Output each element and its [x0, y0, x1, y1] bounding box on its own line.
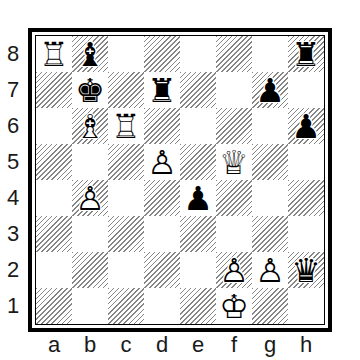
square-h6[interactable]: ♟♟: [288, 108, 324, 144]
piece-black-rook[interactable]: ♜♜: [288, 36, 324, 72]
rank-label-4: 4: [2, 180, 24, 216]
white-rook-icon: ♖: [108, 108, 144, 144]
piece-black-king[interactable]: ♚♚: [72, 72, 108, 108]
piece-black-pawn[interactable]: ♟♟: [288, 108, 324, 144]
file-label-a: a: [36, 332, 72, 358]
black-pawn-icon: ♟: [252, 72, 288, 108]
square-a3[interactable]: [36, 216, 72, 252]
square-e5[interactable]: [180, 144, 216, 180]
rank-label-5: 5: [2, 144, 24, 180]
piece-black-pawn[interactable]: ♟♟: [180, 180, 216, 216]
square-h7[interactable]: [288, 72, 324, 108]
square-f3[interactable]: [216, 216, 252, 252]
square-a1[interactable]: [36, 288, 72, 324]
square-b6[interactable]: ♝♗: [72, 108, 108, 144]
piece-black-pawn[interactable]: ♟♟: [252, 72, 288, 108]
white-pawn-icon: ♙: [216, 252, 252, 288]
file-label-f: f: [216, 332, 252, 358]
square-c2[interactable]: [108, 252, 144, 288]
black-rook-icon: ♜: [288, 36, 324, 72]
square-h1[interactable]: [288, 288, 324, 324]
square-a8[interactable]: ♜♖: [36, 36, 72, 72]
chess-board: ♜♖♝♝♜♜♚♚♜♜♟♟♝♗♜♖♟♟♟♙♛♕♟♙♟♟♟♙♟♙♛♛♚♔: [36, 36, 324, 324]
square-a2[interactable]: [36, 252, 72, 288]
square-a6[interactable]: [36, 108, 72, 144]
square-c8[interactable]: [108, 36, 144, 72]
file-label-g: g: [252, 332, 288, 358]
square-h4[interactable]: [288, 180, 324, 216]
square-a7[interactable]: [36, 72, 72, 108]
white-pawn-icon: ♙: [252, 252, 288, 288]
piece-black-queen[interactable]: ♛♛: [288, 252, 324, 288]
square-g7[interactable]: ♟♟: [252, 72, 288, 108]
piece-white-rook[interactable]: ♜♖: [108, 108, 144, 144]
piece-white-pawn[interactable]: ♟♙: [216, 252, 252, 288]
square-g2[interactable]: ♟♙: [252, 252, 288, 288]
square-f5[interactable]: ♛♕: [216, 144, 252, 180]
square-g4[interactable]: [252, 180, 288, 216]
piece-white-bishop[interactable]: ♝♗: [72, 108, 108, 144]
square-c3[interactable]: [108, 216, 144, 252]
square-b3[interactable]: [72, 216, 108, 252]
board-inner-border: ♜♖♝♝♜♜♚♚♜♜♟♟♝♗♜♖♟♟♟♙♛♕♟♙♟♟♟♙♟♙♛♛♚♔: [35, 35, 325, 325]
square-b1[interactable]: [72, 288, 108, 324]
square-c4[interactable]: [108, 180, 144, 216]
white-king-icon: ♔: [216, 288, 252, 324]
square-g3[interactable]: [252, 216, 288, 252]
white-queen-icon: ♕: [216, 144, 252, 180]
piece-white-pawn[interactable]: ♟♙: [144, 144, 180, 180]
rank-label-3: 3: [2, 216, 24, 252]
square-e7[interactable]: [180, 72, 216, 108]
white-rook-icon: ♖: [36, 36, 72, 72]
rank-label-7: 7: [2, 72, 24, 108]
square-f8[interactable]: [216, 36, 252, 72]
black-king-icon: ♚: [72, 72, 108, 108]
piece-black-bishop[interactable]: ♝♝: [72, 36, 108, 72]
rank-label-1: 1: [2, 288, 24, 324]
square-d4[interactable]: [144, 180, 180, 216]
square-b8[interactable]: ♝♝: [72, 36, 108, 72]
white-pawn-icon: ♙: [144, 144, 180, 180]
square-c6[interactable]: ♜♖: [108, 108, 144, 144]
piece-white-king[interactable]: ♚♔: [216, 288, 252, 324]
square-c7[interactable]: [108, 72, 144, 108]
square-d5[interactable]: ♟♙: [144, 144, 180, 180]
square-b2[interactable]: [72, 252, 108, 288]
square-b4[interactable]: ♟♙: [72, 180, 108, 216]
piece-white-pawn[interactable]: ♟♙: [72, 180, 108, 216]
square-e1[interactable]: [180, 288, 216, 324]
square-d6[interactable]: [144, 108, 180, 144]
rank-label-6: 6: [2, 108, 24, 144]
black-bishop-icon: ♝: [72, 36, 108, 72]
square-e6[interactable]: [180, 108, 216, 144]
file-label-e: e: [180, 332, 216, 358]
square-g8[interactable]: [252, 36, 288, 72]
square-e8[interactable]: [180, 36, 216, 72]
square-d1[interactable]: [144, 288, 180, 324]
square-h3[interactable]: [288, 216, 324, 252]
board-frame: ♜♖♝♝♜♜♚♚♜♜♟♟♝♗♜♖♟♟♟♙♛♕♟♙♟♟♟♙♟♙♛♛♚♔: [28, 28, 332, 332]
square-h2[interactable]: ♛♛: [288, 252, 324, 288]
rank-label-8: 8: [2, 36, 24, 72]
square-d7[interactable]: ♜♜: [144, 72, 180, 108]
square-e2[interactable]: [180, 252, 216, 288]
white-pawn-icon: ♙: [72, 180, 108, 216]
piece-black-rook[interactable]: ♜♜: [144, 72, 180, 108]
file-label-c: c: [108, 332, 144, 358]
square-f2[interactable]: ♟♙: [216, 252, 252, 288]
square-a5[interactable]: [36, 144, 72, 180]
chess-diagram: ♜♖♝♝♜♜♚♚♜♜♟♟♝♗♜♖♟♟♟♙♛♕♟♙♟♟♟♙♟♙♛♛♚♔ 87654…: [0, 0, 360, 360]
square-b7[interactable]: ♚♚: [72, 72, 108, 108]
square-d8[interactable]: [144, 36, 180, 72]
square-d3[interactable]: [144, 216, 180, 252]
square-b5[interactable]: [72, 144, 108, 180]
piece-white-rook[interactable]: ♜♖: [36, 36, 72, 72]
square-a4[interactable]: [36, 180, 72, 216]
square-f4[interactable]: [216, 180, 252, 216]
square-f7[interactable]: [216, 72, 252, 108]
square-g5[interactable]: [252, 144, 288, 180]
square-c5[interactable]: [108, 144, 144, 180]
square-h5[interactable]: [288, 144, 324, 180]
square-g6[interactable]: [252, 108, 288, 144]
square-e4[interactable]: ♟♟: [180, 180, 216, 216]
square-f6[interactable]: [216, 108, 252, 144]
black-rook-icon: ♜: [144, 72, 180, 108]
black-pawn-icon: ♟: [288, 108, 324, 144]
piece-white-queen[interactable]: ♛♕: [216, 144, 252, 180]
white-bishop-icon: ♗: [72, 108, 108, 144]
file-label-d: d: [144, 332, 180, 358]
square-f1[interactable]: ♚♔: [216, 288, 252, 324]
black-queen-icon: ♛: [288, 252, 324, 288]
rank-label-2: 2: [2, 252, 24, 288]
file-label-h: h: [288, 332, 324, 358]
square-d2[interactable]: [144, 252, 180, 288]
square-h8[interactable]: ♜♜: [288, 36, 324, 72]
piece-white-pawn[interactable]: ♟♙: [252, 252, 288, 288]
square-g1[interactable]: [252, 288, 288, 324]
black-pawn-icon: ♟: [180, 180, 216, 216]
square-e3[interactable]: [180, 216, 216, 252]
file-label-b: b: [72, 332, 108, 358]
square-c1[interactable]: [108, 288, 144, 324]
